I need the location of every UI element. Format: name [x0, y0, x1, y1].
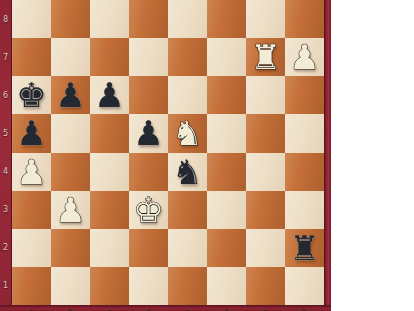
file-label-g: g [246, 305, 285, 311]
rank-label-8: 8 [0, 0, 11, 38]
square-f8[interactable] [207, 0, 246, 38]
chess-diagram: 8 7 6 5 4 3 2 1 ♜♟♚♟♟♟♟♞♟♞♟♚♜ a b c d e … [0, 0, 414, 311]
square-g6[interactable] [246, 76, 285, 114]
file-label-strip: a b c d e f g h [0, 305, 331, 311]
square-d2[interactable] [129, 229, 168, 267]
square-d6[interactable] [129, 76, 168, 114]
white-pawn-h7[interactable]: ♟ [289, 40, 319, 74]
rank-label-7: 7 [0, 38, 11, 76]
square-c8[interactable] [90, 0, 129, 38]
square-a8[interactable] [12, 0, 51, 38]
square-e2[interactable] [168, 229, 207, 267]
square-f6[interactable] [207, 76, 246, 114]
chessboard: ♜♟♚♟♟♟♟♞♟♞♟♚♜ [12, 0, 324, 305]
square-b8[interactable] [51, 0, 90, 38]
square-a6[interactable]: ♚ [12, 76, 51, 114]
square-e3[interactable] [168, 191, 207, 229]
file-label-b: b [51, 305, 90, 311]
square-g8[interactable] [246, 0, 285, 38]
square-c2[interactable] [90, 229, 129, 267]
file-labels: a b c d e f g h [12, 305, 324, 311]
square-d1[interactable] [129, 267, 168, 305]
black-king-a6[interactable]: ♚ [16, 78, 46, 112]
square-f5[interactable] [207, 114, 246, 152]
file-label-h: h [285, 305, 324, 311]
white-knight-e5[interactable]: ♞ [172, 116, 202, 150]
black-pawn-c6[interactable]: ♟ [94, 78, 124, 112]
square-f2[interactable] [207, 229, 246, 267]
square-a1[interactable] [12, 267, 51, 305]
square-b4[interactable] [51, 153, 90, 191]
square-c7[interactable] [90, 38, 129, 76]
square-c4[interactable] [90, 153, 129, 191]
square-c3[interactable] [90, 191, 129, 229]
square-b6[interactable]: ♟ [51, 76, 90, 114]
square-g1[interactable] [246, 267, 285, 305]
square-h1[interactable] [285, 267, 324, 305]
square-e4[interactable]: ♞ [168, 153, 207, 191]
square-a3[interactable] [12, 191, 51, 229]
square-e7[interactable] [168, 38, 207, 76]
square-f3[interactable] [207, 191, 246, 229]
square-d3[interactable]: ♚ [129, 191, 168, 229]
square-f1[interactable] [207, 267, 246, 305]
file-label-a: a [12, 305, 51, 311]
square-c5[interactable] [90, 114, 129, 152]
square-h8[interactable] [285, 0, 324, 38]
square-h2[interactable]: ♜ [285, 229, 324, 267]
square-d4[interactable] [129, 153, 168, 191]
square-g3[interactable] [246, 191, 285, 229]
square-c6[interactable]: ♟ [90, 76, 129, 114]
square-g4[interactable] [246, 153, 285, 191]
rank-label-3: 3 [0, 191, 11, 229]
square-h4[interactable] [285, 153, 324, 191]
square-g5[interactable] [246, 114, 285, 152]
black-pawn-a5[interactable]: ♟ [16, 116, 46, 150]
rank-label-4: 4 [0, 153, 11, 191]
white-pawn-a4[interactable]: ♟ [16, 155, 46, 189]
square-e5[interactable]: ♞ [168, 114, 207, 152]
square-e1[interactable] [168, 267, 207, 305]
file-label-c: c [90, 305, 129, 311]
square-b5[interactable] [51, 114, 90, 152]
square-a5[interactable]: ♟ [12, 114, 51, 152]
square-e8[interactable] [168, 0, 207, 38]
rank-label-6: 6 [0, 76, 11, 114]
rank-label-2: 2 [0, 229, 11, 267]
square-c1[interactable] [90, 267, 129, 305]
white-king-d3[interactable]: ♚ [133, 193, 163, 227]
square-d7[interactable] [129, 38, 168, 76]
square-b1[interactable] [51, 267, 90, 305]
square-g7[interactable]: ♜ [246, 38, 285, 76]
square-e6[interactable] [168, 76, 207, 114]
square-f4[interactable] [207, 153, 246, 191]
square-a2[interactable] [12, 229, 51, 267]
square-h5[interactable] [285, 114, 324, 152]
black-rook-h2[interactable]: ♜ [289, 231, 319, 265]
square-b7[interactable] [51, 38, 90, 76]
rank-label-1: 1 [0, 267, 11, 305]
square-b2[interactable] [51, 229, 90, 267]
white-rook-g7[interactable]: ♜ [250, 40, 280, 74]
white-pawn-b3[interactable]: ♟ [55, 193, 85, 227]
black-knight-e4[interactable]: ♞ [172, 155, 202, 189]
square-a7[interactable] [12, 38, 51, 76]
rank-label-strip: 8 7 6 5 4 3 2 1 [0, 0, 12, 311]
file-label-d: d [129, 305, 168, 311]
square-d8[interactable] [129, 0, 168, 38]
square-f7[interactable] [207, 38, 246, 76]
square-h7[interactable]: ♟ [285, 38, 324, 76]
black-pawn-b6[interactable]: ♟ [55, 78, 85, 112]
square-h6[interactable] [285, 76, 324, 114]
square-a4[interactable]: ♟ [12, 153, 51, 191]
rank-label-5: 5 [0, 114, 11, 152]
square-d5[interactable]: ♟ [129, 114, 168, 152]
square-b3[interactable]: ♟ [51, 191, 90, 229]
square-h3[interactable] [285, 191, 324, 229]
black-pawn-d5[interactable]: ♟ [133, 116, 163, 150]
page-background [331, 0, 414, 311]
file-label-e: e [168, 305, 207, 311]
file-label-f: f [207, 305, 246, 311]
square-g2[interactable] [246, 229, 285, 267]
board-right-frame [324, 0, 331, 311]
